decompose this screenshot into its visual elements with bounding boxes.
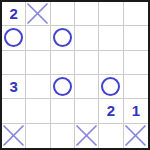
cell-r0c5[interactable] bbox=[124, 2, 148, 26]
cell-r2c3[interactable] bbox=[75, 51, 99, 75]
cell-r1c3[interactable] bbox=[75, 26, 99, 50]
cell-r3c5[interactable] bbox=[124, 75, 148, 99]
cell-r2c2[interactable] bbox=[51, 51, 75, 75]
cell-r1c4[interactable] bbox=[99, 26, 123, 50]
cross-mark-icon bbox=[27, 3, 48, 24]
cross-mark-icon bbox=[125, 125, 146, 146]
clue-number: 2 bbox=[107, 103, 115, 118]
cell-r3c3[interactable] bbox=[75, 75, 99, 99]
mine-circle-icon bbox=[53, 28, 72, 47]
mine-circle-icon bbox=[4, 28, 23, 47]
cell-r5c2[interactable] bbox=[51, 124, 75, 148]
cross-mark-icon bbox=[3, 125, 24, 146]
cell-r5c4[interactable] bbox=[99, 124, 123, 148]
cross-mark-icon bbox=[76, 125, 97, 146]
cell-r3c1[interactable] bbox=[26, 75, 50, 99]
cell-r4c1[interactable] bbox=[26, 99, 50, 123]
cell-r5c3[interactable] bbox=[75, 124, 99, 148]
mine-circle-icon bbox=[101, 77, 120, 96]
cell-r4c4: 2 bbox=[99, 99, 123, 123]
cell-r1c2[interactable] bbox=[51, 26, 75, 50]
cell-r1c5[interactable] bbox=[124, 26, 148, 50]
cell-r5c0[interactable] bbox=[2, 124, 26, 148]
clue-number: 2 bbox=[9, 6, 17, 21]
cell-r0c3[interactable] bbox=[75, 2, 99, 26]
clue-number: 3 bbox=[9, 79, 17, 94]
cell-r4c0[interactable] bbox=[2, 99, 26, 123]
cell-r4c2[interactable] bbox=[51, 99, 75, 123]
cell-r5c5[interactable] bbox=[124, 124, 148, 148]
cell-r0c1[interactable] bbox=[26, 2, 50, 26]
cell-r0c2[interactable] bbox=[51, 2, 75, 26]
cell-r3c4[interactable] bbox=[99, 75, 123, 99]
cell-r1c1[interactable] bbox=[26, 26, 50, 50]
cell-r5c1[interactable] bbox=[26, 124, 50, 148]
cell-r2c1[interactable] bbox=[26, 51, 50, 75]
cell-r0c4[interactable] bbox=[99, 2, 123, 26]
cell-r2c0[interactable] bbox=[2, 51, 26, 75]
cell-r2c4[interactable] bbox=[99, 51, 123, 75]
cell-r3c0: 3 bbox=[2, 75, 26, 99]
cell-r0c0: 2 bbox=[2, 2, 26, 26]
mine-circle-icon bbox=[53, 77, 72, 96]
cell-r1c0[interactable] bbox=[2, 26, 26, 50]
cell-r3c2[interactable] bbox=[51, 75, 75, 99]
puzzle-board: 2321 bbox=[0, 0, 150, 150]
cell-r4c5: 1 bbox=[124, 99, 148, 123]
clue-number: 1 bbox=[132, 103, 140, 118]
cell-r2c5[interactable] bbox=[124, 51, 148, 75]
cell-r4c3[interactable] bbox=[75, 99, 99, 123]
